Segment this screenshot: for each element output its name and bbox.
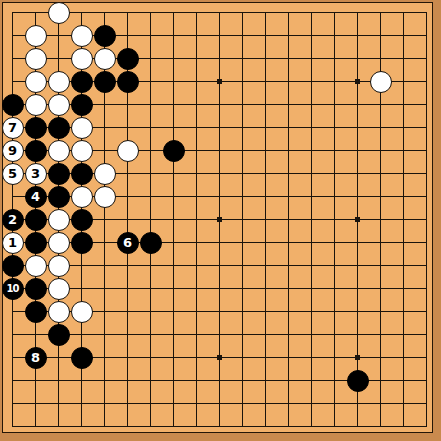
intersection-r9[interactable] — [369, 231, 392, 254]
intersection-s11[interactable] — [392, 185, 415, 208]
intersection-r8[interactable] — [369, 254, 392, 277]
intersection-m8[interactable] — [254, 254, 277, 277]
intersection-l8[interactable] — [231, 254, 254, 277]
intersection-c12[interactable] — [47, 162, 70, 185]
intersection-r3[interactable] — [369, 369, 392, 392]
intersection-b2[interactable] — [24, 392, 47, 415]
intersection-t10[interactable] — [415, 208, 438, 231]
intersection-r7[interactable] — [369, 277, 392, 300]
intersection-b12[interactable]: 3 — [24, 162, 47, 185]
intersection-f16[interactable] — [116, 70, 139, 93]
intersection-a9[interactable]: 1 — [1, 231, 24, 254]
intersection-k19[interactable] — [208, 1, 231, 24]
intersection-d10[interactable] — [70, 208, 93, 231]
intersection-o6[interactable] — [300, 300, 323, 323]
intersection-d17[interactable] — [70, 47, 93, 70]
intersection-a14[interactable]: 7 — [1, 116, 24, 139]
intersection-b4[interactable]: 8 — [24, 346, 47, 369]
intersection-e4[interactable] — [93, 346, 116, 369]
intersection-h10[interactable] — [162, 208, 185, 231]
intersection-q11[interactable] — [346, 185, 369, 208]
intersection-b10[interactable] — [24, 208, 47, 231]
intersection-f17[interactable] — [116, 47, 139, 70]
intersection-m1[interactable] — [254, 415, 277, 438]
intersection-b19[interactable] — [24, 1, 47, 24]
intersection-p14[interactable] — [323, 116, 346, 139]
intersection-r10[interactable] — [369, 208, 392, 231]
intersection-a12[interactable]: 5 — [1, 162, 24, 185]
intersection-j7[interactable] — [185, 277, 208, 300]
intersection-h16[interactable] — [162, 70, 185, 93]
intersection-d5[interactable] — [70, 323, 93, 346]
intersection-h11[interactable] — [162, 185, 185, 208]
intersection-a7[interactable]: 10 — [1, 277, 24, 300]
intersection-f12[interactable] — [116, 162, 139, 185]
intersection-p19[interactable] — [323, 1, 346, 24]
intersection-e5[interactable] — [93, 323, 116, 346]
intersection-d14[interactable] — [70, 116, 93, 139]
intersection-e13[interactable] — [93, 139, 116, 162]
intersection-o9[interactable] — [300, 231, 323, 254]
intersection-h17[interactable] — [162, 47, 185, 70]
intersection-l15[interactable] — [231, 93, 254, 116]
intersection-b9[interactable] — [24, 231, 47, 254]
intersection-m11[interactable] — [254, 185, 277, 208]
intersection-s17[interactable] — [392, 47, 415, 70]
intersection-t14[interactable] — [415, 116, 438, 139]
intersection-k8[interactable] — [208, 254, 231, 277]
intersection-s13[interactable] — [392, 139, 415, 162]
intersection-o11[interactable] — [300, 185, 323, 208]
intersection-m10[interactable] — [254, 208, 277, 231]
intersection-m2[interactable] — [254, 392, 277, 415]
intersection-d6[interactable] — [70, 300, 93, 323]
intersection-b6[interactable] — [24, 300, 47, 323]
intersection-d16[interactable] — [70, 70, 93, 93]
intersection-g18[interactable] — [139, 24, 162, 47]
intersection-p6[interactable] — [323, 300, 346, 323]
intersection-s4[interactable] — [392, 346, 415, 369]
intersection-n14[interactable] — [277, 116, 300, 139]
intersection-l18[interactable] — [231, 24, 254, 47]
intersection-c10[interactable] — [47, 208, 70, 231]
intersection-h8[interactable] — [162, 254, 185, 277]
intersection-j4[interactable] — [185, 346, 208, 369]
intersection-s6[interactable] — [392, 300, 415, 323]
intersection-r11[interactable] — [369, 185, 392, 208]
intersection-o14[interactable] — [300, 116, 323, 139]
intersection-o19[interactable] — [300, 1, 323, 24]
intersection-p1[interactable] — [323, 415, 346, 438]
intersection-k6[interactable] — [208, 300, 231, 323]
intersection-l14[interactable] — [231, 116, 254, 139]
intersection-n11[interactable] — [277, 185, 300, 208]
intersection-j16[interactable] — [185, 70, 208, 93]
intersection-p7[interactable] — [323, 277, 346, 300]
intersection-q2[interactable] — [346, 392, 369, 415]
intersection-o15[interactable] — [300, 93, 323, 116]
intersection-l2[interactable] — [231, 392, 254, 415]
intersection-k3[interactable] — [208, 369, 231, 392]
intersection-p5[interactable] — [323, 323, 346, 346]
intersection-j13[interactable] — [185, 139, 208, 162]
intersection-e12[interactable] — [93, 162, 116, 185]
intersection-b8[interactable] — [24, 254, 47, 277]
intersection-s3[interactable] — [392, 369, 415, 392]
intersection-c14[interactable] — [47, 116, 70, 139]
intersection-c4[interactable] — [47, 346, 70, 369]
intersection-h19[interactable] — [162, 1, 185, 24]
intersection-q4[interactable] — [346, 346, 369, 369]
intersection-q19[interactable] — [346, 1, 369, 24]
intersection-c18[interactable] — [47, 24, 70, 47]
intersection-e8[interactable] — [93, 254, 116, 277]
intersection-b11[interactable]: 4 — [24, 185, 47, 208]
intersection-f9[interactable]: 6 — [116, 231, 139, 254]
intersection-q10[interactable] — [346, 208, 369, 231]
intersection-j6[interactable] — [185, 300, 208, 323]
intersection-l3[interactable] — [231, 369, 254, 392]
intersection-o2[interactable] — [300, 392, 323, 415]
intersection-e18[interactable] — [93, 24, 116, 47]
intersection-t9[interactable] — [415, 231, 438, 254]
intersection-q15[interactable] — [346, 93, 369, 116]
intersection-k2[interactable] — [208, 392, 231, 415]
intersection-a2[interactable] — [1, 392, 24, 415]
intersection-s2[interactable] — [392, 392, 415, 415]
intersection-f18[interactable] — [116, 24, 139, 47]
intersection-g8[interactable] — [139, 254, 162, 277]
intersection-d12[interactable] — [70, 162, 93, 185]
intersection-h12[interactable] — [162, 162, 185, 185]
intersection-l7[interactable] — [231, 277, 254, 300]
intersection-k11[interactable] — [208, 185, 231, 208]
intersection-m9[interactable] — [254, 231, 277, 254]
intersection-h6[interactable] — [162, 300, 185, 323]
intersection-c19[interactable] — [47, 1, 70, 24]
intersection-t5[interactable] — [415, 323, 438, 346]
intersection-p4[interactable] — [323, 346, 346, 369]
intersection-e9[interactable] — [93, 231, 116, 254]
intersection-f4[interactable] — [116, 346, 139, 369]
intersection-k4[interactable] — [208, 346, 231, 369]
intersection-n8[interactable] — [277, 254, 300, 277]
intersection-g11[interactable] — [139, 185, 162, 208]
intersection-f11[interactable] — [116, 185, 139, 208]
intersection-m5[interactable] — [254, 323, 277, 346]
intersection-e1[interactable] — [93, 415, 116, 438]
intersection-o8[interactable] — [300, 254, 323, 277]
intersection-b1[interactable] — [24, 415, 47, 438]
intersection-t1[interactable] — [415, 415, 438, 438]
intersection-a16[interactable] — [1, 70, 24, 93]
intersection-m12[interactable] — [254, 162, 277, 185]
intersection-m17[interactable] — [254, 47, 277, 70]
intersection-q16[interactable] — [346, 70, 369, 93]
intersection-h1[interactable] — [162, 415, 185, 438]
intersection-p16[interactable] — [323, 70, 346, 93]
intersection-p15[interactable] — [323, 93, 346, 116]
intersection-g7[interactable] — [139, 277, 162, 300]
intersection-p9[interactable] — [323, 231, 346, 254]
intersection-a13[interactable]: 9 — [1, 139, 24, 162]
intersection-n3[interactable] — [277, 369, 300, 392]
intersection-f10[interactable] — [116, 208, 139, 231]
intersection-c6[interactable] — [47, 300, 70, 323]
intersection-k15[interactable] — [208, 93, 231, 116]
intersection-c3[interactable] — [47, 369, 70, 392]
intersection-m19[interactable] — [254, 1, 277, 24]
intersection-o5[interactable] — [300, 323, 323, 346]
intersection-s1[interactable] — [392, 415, 415, 438]
intersection-q6[interactable] — [346, 300, 369, 323]
intersection-j9[interactable] — [185, 231, 208, 254]
intersection-q5[interactable] — [346, 323, 369, 346]
intersection-a10[interactable]: 2 — [1, 208, 24, 231]
intersection-q8[interactable] — [346, 254, 369, 277]
intersection-b7[interactable] — [24, 277, 47, 300]
intersection-t7[interactable] — [415, 277, 438, 300]
intersection-k18[interactable] — [208, 24, 231, 47]
intersection-r12[interactable] — [369, 162, 392, 185]
intersection-r16[interactable] — [369, 70, 392, 93]
intersection-a6[interactable] — [1, 300, 24, 323]
intersection-s8[interactable] — [392, 254, 415, 277]
intersection-d13[interactable] — [70, 139, 93, 162]
intersection-g6[interactable] — [139, 300, 162, 323]
intersection-s18[interactable] — [392, 24, 415, 47]
intersection-h7[interactable] — [162, 277, 185, 300]
intersection-n16[interactable] — [277, 70, 300, 93]
intersection-l6[interactable] — [231, 300, 254, 323]
intersection-n6[interactable] — [277, 300, 300, 323]
intersection-j2[interactable] — [185, 392, 208, 415]
intersection-o3[interactable] — [300, 369, 323, 392]
intersection-c8[interactable] — [47, 254, 70, 277]
intersection-n4[interactable] — [277, 346, 300, 369]
intersection-l12[interactable] — [231, 162, 254, 185]
intersection-p17[interactable] — [323, 47, 346, 70]
intersection-q13[interactable] — [346, 139, 369, 162]
intersection-q1[interactable] — [346, 415, 369, 438]
intersection-q18[interactable] — [346, 24, 369, 47]
intersection-h4[interactable] — [162, 346, 185, 369]
intersection-h15[interactable] — [162, 93, 185, 116]
intersection-d7[interactable] — [70, 277, 93, 300]
intersection-l19[interactable] — [231, 1, 254, 24]
intersection-s14[interactable] — [392, 116, 415, 139]
intersection-f1[interactable] — [116, 415, 139, 438]
intersection-h2[interactable] — [162, 392, 185, 415]
intersection-g5[interactable] — [139, 323, 162, 346]
intersection-n9[interactable] — [277, 231, 300, 254]
intersection-e11[interactable] — [93, 185, 116, 208]
intersection-j5[interactable] — [185, 323, 208, 346]
intersection-j12[interactable] — [185, 162, 208, 185]
intersection-t3[interactable] — [415, 369, 438, 392]
intersection-g14[interactable] — [139, 116, 162, 139]
intersection-j15[interactable] — [185, 93, 208, 116]
intersection-f8[interactable] — [116, 254, 139, 277]
intersection-p18[interactable] — [323, 24, 346, 47]
intersection-d4[interactable] — [70, 346, 93, 369]
intersection-n2[interactable] — [277, 392, 300, 415]
intersection-c2[interactable] — [47, 392, 70, 415]
intersection-r14[interactable] — [369, 116, 392, 139]
intersection-q7[interactable] — [346, 277, 369, 300]
intersection-e10[interactable] — [93, 208, 116, 231]
intersection-m4[interactable] — [254, 346, 277, 369]
intersection-p8[interactable] — [323, 254, 346, 277]
intersection-n1[interactable] — [277, 415, 300, 438]
intersection-j1[interactable] — [185, 415, 208, 438]
intersection-o1[interactable] — [300, 415, 323, 438]
intersection-c11[interactable] — [47, 185, 70, 208]
intersection-l1[interactable] — [231, 415, 254, 438]
intersection-r15[interactable] — [369, 93, 392, 116]
intersection-b14[interactable] — [24, 116, 47, 139]
intersection-b18[interactable] — [24, 24, 47, 47]
intersection-l11[interactable] — [231, 185, 254, 208]
intersection-d18[interactable] — [70, 24, 93, 47]
intersection-b16[interactable] — [24, 70, 47, 93]
intersection-c16[interactable] — [47, 70, 70, 93]
intersection-a3[interactable] — [1, 369, 24, 392]
intersection-f13[interactable] — [116, 139, 139, 162]
intersection-q14[interactable] — [346, 116, 369, 139]
intersection-g2[interactable] — [139, 392, 162, 415]
intersection-p3[interactable] — [323, 369, 346, 392]
intersection-m3[interactable] — [254, 369, 277, 392]
intersection-p13[interactable] — [323, 139, 346, 162]
intersection-b3[interactable] — [24, 369, 47, 392]
intersection-e6[interactable] — [93, 300, 116, 323]
intersection-e7[interactable] — [93, 277, 116, 300]
intersection-d1[interactable] — [70, 415, 93, 438]
intersection-s19[interactable] — [392, 1, 415, 24]
intersection-c15[interactable] — [47, 93, 70, 116]
intersection-e14[interactable] — [93, 116, 116, 139]
intersection-h13[interactable] — [162, 139, 185, 162]
intersection-f6[interactable] — [116, 300, 139, 323]
intersection-r19[interactable] — [369, 1, 392, 24]
intersection-a18[interactable] — [1, 24, 24, 47]
intersection-o4[interactable] — [300, 346, 323, 369]
intersection-n15[interactable] — [277, 93, 300, 116]
intersection-e19[interactable] — [93, 1, 116, 24]
intersection-m16[interactable] — [254, 70, 277, 93]
intersection-q17[interactable] — [346, 47, 369, 70]
intersection-o16[interactable] — [300, 70, 323, 93]
intersection-g12[interactable] — [139, 162, 162, 185]
intersection-s10[interactable] — [392, 208, 415, 231]
intersection-r5[interactable] — [369, 323, 392, 346]
intersection-s15[interactable] — [392, 93, 415, 116]
intersection-n17[interactable] — [277, 47, 300, 70]
intersection-h5[interactable] — [162, 323, 185, 346]
intersection-l10[interactable] — [231, 208, 254, 231]
intersection-f3[interactable] — [116, 369, 139, 392]
intersection-o7[interactable] — [300, 277, 323, 300]
intersection-t15[interactable] — [415, 93, 438, 116]
intersection-r13[interactable] — [369, 139, 392, 162]
intersection-a1[interactable] — [1, 415, 24, 438]
intersection-a17[interactable] — [1, 47, 24, 70]
intersection-l17[interactable] — [231, 47, 254, 70]
intersection-d2[interactable] — [70, 392, 93, 415]
intersection-o17[interactable] — [300, 47, 323, 70]
intersection-s16[interactable] — [392, 70, 415, 93]
intersection-k16[interactable] — [208, 70, 231, 93]
intersection-g19[interactable] — [139, 1, 162, 24]
intersection-h14[interactable] — [162, 116, 185, 139]
intersection-n19[interactable] — [277, 1, 300, 24]
intersection-n10[interactable] — [277, 208, 300, 231]
intersection-f5[interactable] — [116, 323, 139, 346]
intersection-t11[interactable] — [415, 185, 438, 208]
intersection-o10[interactable] — [300, 208, 323, 231]
intersection-h3[interactable] — [162, 369, 185, 392]
intersection-b17[interactable] — [24, 47, 47, 70]
intersection-t8[interactable] — [415, 254, 438, 277]
intersection-j3[interactable] — [185, 369, 208, 392]
intersection-f19[interactable] — [116, 1, 139, 24]
intersection-j8[interactable] — [185, 254, 208, 277]
intersection-a11[interactable] — [1, 185, 24, 208]
intersection-r6[interactable] — [369, 300, 392, 323]
intersection-s5[interactable] — [392, 323, 415, 346]
intersection-n18[interactable] — [277, 24, 300, 47]
intersection-g10[interactable] — [139, 208, 162, 231]
intersection-a19[interactable] — [1, 1, 24, 24]
intersection-h18[interactable] — [162, 24, 185, 47]
intersection-g1[interactable] — [139, 415, 162, 438]
intersection-j11[interactable] — [185, 185, 208, 208]
intersection-f15[interactable] — [116, 93, 139, 116]
intersection-o13[interactable] — [300, 139, 323, 162]
intersection-n12[interactable] — [277, 162, 300, 185]
intersection-n7[interactable] — [277, 277, 300, 300]
intersection-p12[interactable] — [323, 162, 346, 185]
intersection-m18[interactable] — [254, 24, 277, 47]
intersection-j14[interactable] — [185, 116, 208, 139]
intersection-g17[interactable] — [139, 47, 162, 70]
intersection-t16[interactable] — [415, 70, 438, 93]
intersection-d3[interactable] — [70, 369, 93, 392]
intersection-r18[interactable] — [369, 24, 392, 47]
intersection-t12[interactable] — [415, 162, 438, 185]
intersection-k17[interactable] — [208, 47, 231, 70]
intersection-f14[interactable] — [116, 116, 139, 139]
intersection-j10[interactable] — [185, 208, 208, 231]
intersection-s12[interactable] — [392, 162, 415, 185]
intersection-e3[interactable] — [93, 369, 116, 392]
intersection-j18[interactable] — [185, 24, 208, 47]
intersection-q12[interactable] — [346, 162, 369, 185]
intersection-b13[interactable] — [24, 139, 47, 162]
intersection-h9[interactable] — [162, 231, 185, 254]
intersection-t2[interactable] — [415, 392, 438, 415]
intersection-l9[interactable] — [231, 231, 254, 254]
intersection-d8[interactable] — [70, 254, 93, 277]
intersection-k10[interactable] — [208, 208, 231, 231]
intersection-p2[interactable] — [323, 392, 346, 415]
intersection-k13[interactable] — [208, 139, 231, 162]
intersection-c17[interactable] — [47, 47, 70, 70]
intersection-k5[interactable] — [208, 323, 231, 346]
intersection-b5[interactable] — [24, 323, 47, 346]
intersection-e17[interactable] — [93, 47, 116, 70]
